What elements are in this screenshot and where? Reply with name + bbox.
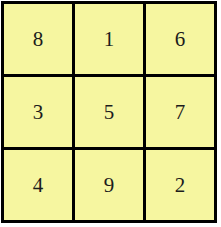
cell-r1c2: 1	[75, 4, 143, 74]
cell-r2c3: 7	[146, 77, 214, 147]
cell-r1c3: 6	[146, 4, 214, 74]
cell-r1c1: 8	[4, 4, 72, 74]
cell-r3c1: 4	[4, 150, 72, 220]
cell-r2c2: 5	[75, 77, 143, 147]
magic-square-board: 8 1 6 3 5 7 4 9 2	[1, 1, 217, 223]
cell-r2c1: 3	[4, 77, 72, 147]
cell-r3c3: 2	[146, 150, 214, 220]
cell-r3c2: 9	[75, 150, 143, 220]
